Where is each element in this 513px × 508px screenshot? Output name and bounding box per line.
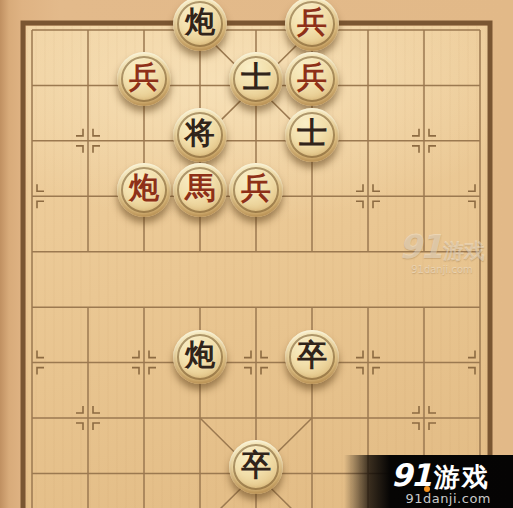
banner-site-url: 91danji.com [405,491,491,506]
piece-black-cannon[interactable]: 炮 [173,330,227,384]
piece-character: 炮 [185,340,215,370]
piece-black-soldier[interactable]: 卒 [285,330,339,384]
piece-red-soldier[interactable]: 兵 [117,52,171,106]
banner-brand-name: 游戏 [434,462,490,492]
watermark-banner: 91游戏 91danji.com [344,455,513,508]
piece-black-general[interactable]: 将 [173,108,227,162]
piece-black-advisor[interactable]: 士 [229,52,283,106]
piece-character: 士 [241,62,271,92]
piece-character: 卒 [241,450,271,480]
piece-character: 馬 [185,173,215,203]
piece-character: 兵 [297,62,327,92]
piece-character: 炮 [185,7,215,37]
piece-black-advisor[interactable]: 士 [285,108,339,162]
piece-character: 卒 [297,340,327,370]
piece-character: 兵 [241,173,271,203]
piece-character: 兵 [297,7,327,37]
piece-black-soldier[interactable]: 卒 [229,440,283,494]
banner-logo: 91游戏 [391,460,490,491]
piece-red-horse[interactable]: 馬 [173,163,227,217]
piece-black-cannon[interactable]: 炮 [173,0,227,51]
piece-red-soldier[interactable]: 兵 [285,0,339,51]
pieces-layer: 炮兵兵士兵将士炮馬兵炮卒卒 [0,0,513,508]
piece-character: 炮 [129,173,159,203]
piece-red-soldier[interactable]: 兵 [229,163,283,217]
piece-red-cannon[interactable]: 炮 [117,163,171,217]
piece-red-soldier[interactable]: 兵 [285,52,339,106]
piece-character: 兵 [129,62,159,92]
piece-character: 将 [185,118,215,148]
xiangqi-game-screenshot: 炮兵兵士兵将士炮馬兵炮卒卒 91游戏 91danji.com 91游戏 91da… [0,0,513,508]
piece-character: 士 [297,118,327,148]
